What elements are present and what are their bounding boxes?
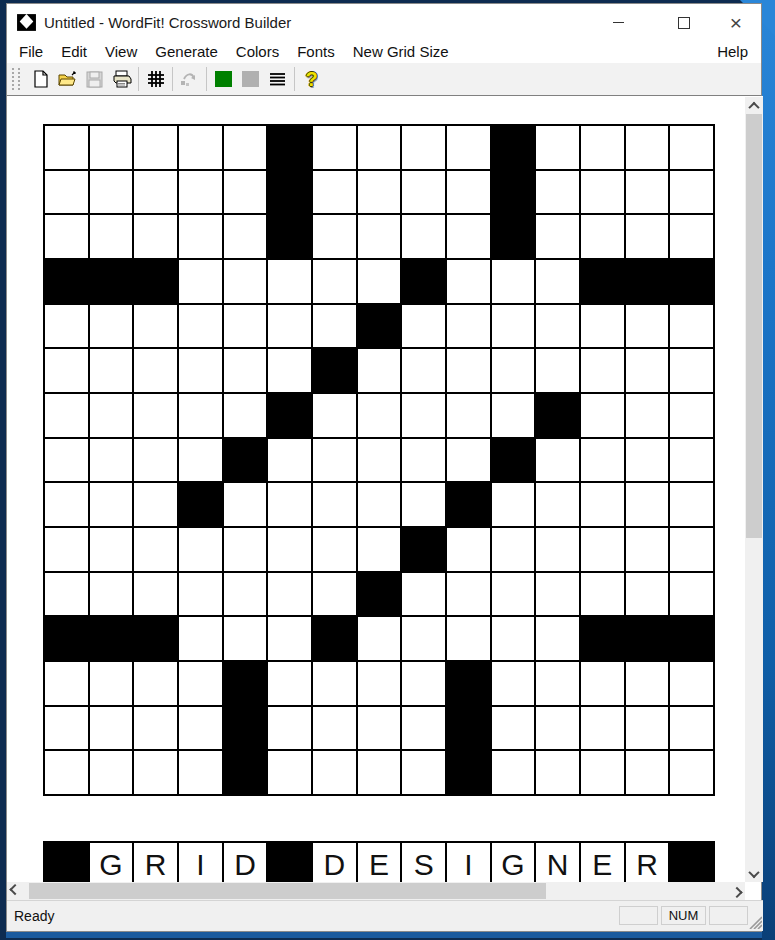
grid-cell-r6c7[interactable] <box>312 348 357 393</box>
banner-cell-11[interactable]: G <box>491 842 536 882</box>
grid-cell-r8c15[interactable] <box>669 438 714 483</box>
grid-cell-r6c2[interactable] <box>89 348 134 393</box>
grid-cell-r12c9[interactable] <box>401 616 446 661</box>
grid-cell-r8c2[interactable] <box>89 438 134 483</box>
banner-cell-15[interactable] <box>669 842 714 882</box>
grid-cell-r15c7[interactable] <box>312 750 357 795</box>
grid-cell-r7c3[interactable] <box>133 393 178 438</box>
grid-cell-r11c6[interactable] <box>267 572 312 617</box>
grid-cell-r9c2[interactable] <box>89 482 134 527</box>
grid-cell-r15c5[interactable] <box>223 750 268 795</box>
grid-cell-r10c1[interactable] <box>44 527 89 572</box>
grid-cell-r6c10[interactable] <box>446 348 491 393</box>
grid-cell-r3c10[interactable] <box>446 214 491 259</box>
generate-fill-button[interactable] <box>176 66 203 92</box>
grid-cell-r9c6[interactable] <box>267 482 312 527</box>
grid-cell-r11c13[interactable] <box>580 572 625 617</box>
banner-cell-2[interactable]: G <box>89 842 134 882</box>
grid-cell-r4c6[interactable] <box>267 259 312 304</box>
grid-cell-r7c1[interactable] <box>44 393 89 438</box>
grid-cell-r10c11[interactable] <box>491 527 536 572</box>
grid-cell-r12c11[interactable] <box>491 616 536 661</box>
grid-cell-r11c8[interactable] <box>357 572 402 617</box>
chevron-down-icon <box>748 866 759 877</box>
toolbar-separator <box>206 67 207 91</box>
grid-cell-r3c13[interactable] <box>580 214 625 259</box>
grid-cell-r2c14[interactable] <box>625 170 670 215</box>
grid-cell-r13c9[interactable] <box>401 661 446 706</box>
grid-cell-r7c4[interactable] <box>178 393 223 438</box>
word-list-button[interactable] <box>264 66 291 92</box>
grid-cell-r12c4[interactable] <box>178 616 223 661</box>
gray-swatch-button[interactable] <box>237 66 264 92</box>
grid-cell-r11c2[interactable] <box>89 572 134 617</box>
new-document-button[interactable] <box>27 66 54 92</box>
grid-cell-r3c14[interactable] <box>625 214 670 259</box>
grid-cell-r1c11[interactable] <box>491 125 536 170</box>
grid-cell-r12c13[interactable] <box>580 616 625 661</box>
grid-cell-r1c15[interactable] <box>669 125 714 170</box>
grid-cell-r9c13[interactable] <box>580 482 625 527</box>
grid-cell-r6c12[interactable] <box>535 348 580 393</box>
banner-cell-9[interactable]: S <box>401 842 446 882</box>
grid-cell-r5c8[interactable] <box>357 304 402 349</box>
grid-cell-r2c15[interactable] <box>669 170 714 215</box>
grid-cell-r14c13[interactable] <box>580 706 625 751</box>
grid-cell-r10c4[interactable] <box>178 527 223 572</box>
grid-cell-r13c6[interactable] <box>267 661 312 706</box>
vertical-scrollbar[interactable] <box>745 97 763 882</box>
menu-edit[interactable]: Edit <box>52 41 96 63</box>
grid-cell-r2c13[interactable] <box>580 170 625 215</box>
status-text: Ready <box>14 901 54 931</box>
toolbar-separator <box>138 67 139 91</box>
grid-cell-r12c10[interactable] <box>446 616 491 661</box>
grid-cell-r5c13[interactable] <box>580 304 625 349</box>
grid-cell-r2c12[interactable] <box>535 170 580 215</box>
grid-cell-r13c2[interactable] <box>89 661 134 706</box>
grid-cell-r4c10[interactable] <box>446 259 491 304</box>
green-square-icon <box>215 71 232 87</box>
generate-icon <box>180 71 199 88</box>
grid-cell-r6c13[interactable] <box>580 348 625 393</box>
banner-cell-14[interactable]: R <box>625 842 670 882</box>
menu-fonts[interactable]: Fonts <box>288 41 344 63</box>
grid-cell-r5c7[interactable] <box>312 304 357 349</box>
grid-cell-r1c9[interactable] <box>401 125 446 170</box>
banner-cell-12[interactable]: N <box>535 842 580 882</box>
grid-cell-r5c10[interactable] <box>446 304 491 349</box>
grid-cell-r4c1[interactable] <box>44 259 89 304</box>
grid-cell-r10c13[interactable] <box>580 527 625 572</box>
grid-cell-r8c4[interactable] <box>178 438 223 483</box>
status-indicator-scrl <box>709 906 748 925</box>
close-icon: × <box>730 12 742 33</box>
grid-cell-r7c10[interactable] <box>446 393 491 438</box>
grid-cell-r1c6[interactable] <box>267 125 312 170</box>
grid-cell-r14c3[interactable] <box>133 706 178 751</box>
grid-cell-r6c11[interactable] <box>491 348 536 393</box>
grid-cell-r15c8[interactable] <box>357 750 402 795</box>
banner-cell-10[interactable]: I <box>446 842 491 882</box>
banner-cell-1[interactable] <box>44 842 89 882</box>
grid-cell-r5c4[interactable] <box>178 304 223 349</box>
grid-cell-r10c12[interactable] <box>535 527 580 572</box>
grid-cell-r12c7[interactable] <box>312 616 357 661</box>
grid-cell-r3c3[interactable] <box>133 214 178 259</box>
banner-cell-6[interactable] <box>267 842 312 882</box>
grid-cell-r13c8[interactable] <box>357 661 402 706</box>
grid-cell-r7c11[interactable] <box>491 393 536 438</box>
grid-cell-r10c14[interactable] <box>625 527 670 572</box>
grid-cell-r6c1[interactable] <box>44 348 89 393</box>
grid-cell-r14c2[interactable] <box>89 706 134 751</box>
menu-generate[interactable]: Generate <box>146 41 227 63</box>
window-bottom-border <box>6 932 762 938</box>
grid-cell-r11c7[interactable] <box>312 572 357 617</box>
menu-colors[interactable]: Colors <box>227 41 288 63</box>
grid-cell-r13c10[interactable] <box>446 661 491 706</box>
grid-cell-r1c5[interactable] <box>223 125 268 170</box>
grid-cell-r13c14[interactable] <box>625 661 670 706</box>
grid-cell-r7c5[interactable] <box>223 393 268 438</box>
grid-cell-r2c9[interactable] <box>401 170 446 215</box>
grid-cell-r4c13[interactable] <box>580 259 625 304</box>
grid-cell-r14c4[interactable] <box>178 706 223 751</box>
maximize-button[interactable] <box>665 4 703 41</box>
grid-cell-r15c15[interactable] <box>669 750 714 795</box>
grid-cell-r10c10[interactable] <box>446 527 491 572</box>
grid-cell-r12c6[interactable] <box>267 616 312 661</box>
grid-cell-r15c6[interactable] <box>267 750 312 795</box>
status-indicator-cap <box>619 906 658 925</box>
grid-cell-r9c4[interactable] <box>178 482 223 527</box>
grid-cell-r8c12[interactable] <box>535 438 580 483</box>
toolbar-separator <box>172 67 173 91</box>
grid-cell-r3c4[interactable] <box>178 214 223 259</box>
grid-cell-r14c14[interactable] <box>625 706 670 751</box>
grid-cell-r14c11[interactable] <box>491 706 536 751</box>
grid-cell-r13c5[interactable] <box>223 661 268 706</box>
menu-file[interactable]: File <box>10 41 52 63</box>
grid-cell-r7c9[interactable] <box>401 393 446 438</box>
grid-cell-r1c7[interactable] <box>312 125 357 170</box>
grid-lines-button[interactable] <box>142 66 169 92</box>
scroll-right-button[interactable] <box>729 882 745 900</box>
grid-cell-r13c3[interactable] <box>133 661 178 706</box>
grid-cell-r8c1[interactable] <box>44 438 89 483</box>
open-folder-icon <box>58 71 78 88</box>
grid-cell-r10c2[interactable] <box>89 527 134 572</box>
grid-cell-r7c8[interactable] <box>357 393 402 438</box>
grid-cell-r2c3[interactable] <box>133 170 178 215</box>
grid-cell-r11c10[interactable] <box>446 572 491 617</box>
grid-cell-r7c12[interactable] <box>535 393 580 438</box>
grid-cell-r12c12[interactable] <box>535 616 580 661</box>
grid-cell-r5c6[interactable] <box>267 304 312 349</box>
banner-cell-7[interactable]: D <box>312 842 357 882</box>
grid-cell-r3c11[interactable] <box>491 214 536 259</box>
grid-cell-r14c10[interactable] <box>446 706 491 751</box>
banner-cell-5[interactable]: D <box>223 842 268 882</box>
horizontal-scrollbar-thumb[interactable] <box>29 883 546 899</box>
grid-cell-r12c5[interactable] <box>223 616 268 661</box>
grid-cell-r2c5[interactable] <box>223 170 268 215</box>
grid-cell-r12c1[interactable] <box>44 616 89 661</box>
grid-cell-r15c10[interactable] <box>446 750 491 795</box>
grid-cell-r10c7[interactable] <box>312 527 357 572</box>
grid-cell-r8c5[interactable] <box>223 438 268 483</box>
minimize-button[interactable] <box>599 4 637 41</box>
grid-cell-r9c8[interactable] <box>357 482 402 527</box>
grid-cell-r1c1[interactable] <box>44 125 89 170</box>
grid-cell-r4c4[interactable] <box>178 259 223 304</box>
grid-cell-r8c11[interactable] <box>491 438 536 483</box>
minimize-icon <box>613 22 624 23</box>
grid-cell-r13c15[interactable] <box>669 661 714 706</box>
grid-cell-r9c7[interactable] <box>312 482 357 527</box>
grid-cell-r8c10[interactable] <box>446 438 491 483</box>
chevron-left-icon <box>9 884 20 895</box>
grid-cell-r3c9[interactable] <box>401 214 446 259</box>
grid-cell-r9c15[interactable] <box>669 482 714 527</box>
new-document-icon <box>33 70 49 88</box>
grid-cell-r3c7[interactable] <box>312 214 357 259</box>
grid-cell-r5c15[interactable] <box>669 304 714 349</box>
grid-cell-r10c5[interactable] <box>223 527 268 572</box>
grid-cell-r9c9[interactable] <box>401 482 446 527</box>
grid-cell-r12c8[interactable] <box>357 616 402 661</box>
grid-cell-r2c2[interactable] <box>89 170 134 215</box>
grid-cell-r2c7[interactable] <box>312 170 357 215</box>
maximize-icon <box>678 17 690 29</box>
banner-cell-13[interactable]: E <box>580 842 625 882</box>
grid-cell-r8c9[interactable] <box>401 438 446 483</box>
grid-cell-r11c14[interactable] <box>625 572 670 617</box>
grid-cell-r15c11[interactable] <box>491 750 536 795</box>
grid-cell-r3c5[interactable] <box>223 214 268 259</box>
grid-cell-r4c11[interactable] <box>491 259 536 304</box>
grid-cell-r3c15[interactable] <box>669 214 714 259</box>
grid-cell-r1c14[interactable] <box>625 125 670 170</box>
grid-cell-r3c6[interactable] <box>267 214 312 259</box>
grid-cell-r10c3[interactable] <box>133 527 178 572</box>
grid-cell-r5c14[interactable] <box>625 304 670 349</box>
horizontal-scrollbar[interactable] <box>7 882 745 900</box>
grid-cell-r2c11[interactable] <box>491 170 536 215</box>
grid-cell-r7c14[interactable] <box>625 393 670 438</box>
vertical-scrollbar-thumb[interactable] <box>746 114 762 538</box>
print-button[interactable] <box>108 66 135 92</box>
grid-cell-r14c9[interactable] <box>401 706 446 751</box>
grid-cell-r14c8[interactable] <box>357 706 402 751</box>
grid-cell-r1c12[interactable] <box>535 125 580 170</box>
window-title: Untitled - WordFit! Crossword Builder <box>44 4 291 41</box>
grid-cell-r9c3[interactable] <box>133 482 178 527</box>
grid-cell-r2c8[interactable] <box>357 170 402 215</box>
grid-cell-r1c13[interactable] <box>580 125 625 170</box>
grid-cell-r11c9[interactable] <box>401 572 446 617</box>
grid-cell-r8c13[interactable] <box>580 438 625 483</box>
grid-cell-r4c14[interactable] <box>625 259 670 304</box>
grid-cell-r11c3[interactable] <box>133 572 178 617</box>
scroll-down-button[interactable] <box>745 865 763 882</box>
grid-cell-r6c15[interactable] <box>669 348 714 393</box>
grid-cell-r14c6[interactable] <box>267 706 312 751</box>
save-floppy-icon <box>86 71 103 88</box>
grid-cell-r3c12[interactable] <box>535 214 580 259</box>
grid-cell-r1c4[interactable] <box>178 125 223 170</box>
grid-cell-r15c12[interactable] <box>535 750 580 795</box>
app-logo-icon <box>16 12 37 33</box>
grid-cell-r8c8[interactable] <box>357 438 402 483</box>
grid-cell-r4c7[interactable] <box>312 259 357 304</box>
grid-cell-r5c5[interactable] <box>223 304 268 349</box>
resize-grip[interactable] <box>747 914 762 929</box>
grid-cell-r5c12[interactable] <box>535 304 580 349</box>
scroll-up-button[interactable] <box>745 97 763 114</box>
grid-cell-r6c8[interactable] <box>357 348 402 393</box>
grid-cell-r5c3[interactable] <box>133 304 178 349</box>
grid-cell-r15c2[interactable] <box>89 750 134 795</box>
grid-cell-r4c9[interactable] <box>401 259 446 304</box>
grid-cell-r4c15[interactable] <box>669 259 714 304</box>
save-file-button[interactable] <box>81 66 108 92</box>
grid-cell-r8c6[interactable] <box>267 438 312 483</box>
menu-help[interactable]: Help <box>708 41 757 63</box>
grid-cell-r3c2[interactable] <box>89 214 134 259</box>
grid-cell-r13c1[interactable] <box>44 661 89 706</box>
grid-cell-r2c6[interactable] <box>267 170 312 215</box>
grid-cell-r2c10[interactable] <box>446 170 491 215</box>
grid-cell-r7c7[interactable] <box>312 393 357 438</box>
grid-cell-r5c2[interactable] <box>89 304 134 349</box>
grid-cell-r12c2[interactable] <box>89 616 134 661</box>
grid-cell-r6c4[interactable] <box>178 348 223 393</box>
grid-cell-r5c1[interactable] <box>44 304 89 349</box>
grid-cell-r14c15[interactable] <box>669 706 714 751</box>
help-button[interactable]: ? <box>298 66 325 92</box>
open-file-button[interactable] <box>54 66 81 92</box>
grid-cell-r11c15[interactable] <box>669 572 714 617</box>
grid-canvas: GRIDDESIGNER <box>7 96 763 882</box>
grid-cell-r11c1[interactable] <box>44 572 89 617</box>
menu-bar: File Edit View Generate Colors Fonts New… <box>7 41 761 63</box>
grid-cell-r8c7[interactable] <box>312 438 357 483</box>
grid-cell-r7c6[interactable] <box>267 393 312 438</box>
grid-cell-r14c12[interactable] <box>535 706 580 751</box>
grid-cell-r15c13[interactable] <box>580 750 625 795</box>
grid-cell-r5c11[interactable] <box>491 304 536 349</box>
grid-cell-r15c9[interactable] <box>401 750 446 795</box>
help-question-icon: ? <box>305 68 317 91</box>
grid-cell-r12c15[interactable] <box>669 616 714 661</box>
grid-cell-r6c14[interactable] <box>625 348 670 393</box>
menu-view[interactable]: View <box>96 41 146 63</box>
grid-cell-r15c14[interactable] <box>625 750 670 795</box>
grid-cell-r11c11[interactable] <box>491 572 536 617</box>
grid-cell-r14c5[interactable] <box>223 706 268 751</box>
grid-cell-r9c14[interactable] <box>625 482 670 527</box>
banner-cell-4[interactable]: I <box>178 842 223 882</box>
grid-cell-r13c4[interactable] <box>178 661 223 706</box>
grid-cell-r10c9[interactable] <box>401 527 446 572</box>
grid-cell-r10c15[interactable] <box>669 527 714 572</box>
grid-cell-r15c1[interactable] <box>44 750 89 795</box>
grid-cell-r3c8[interactable] <box>357 214 402 259</box>
grid-cell-r4c2[interactable] <box>89 259 134 304</box>
grid-cell-r12c3[interactable] <box>133 616 178 661</box>
grid-cell-r8c14[interactable] <box>625 438 670 483</box>
grid-cell-r4c5[interactable] <box>223 259 268 304</box>
grid-cell-r8c3[interactable] <box>133 438 178 483</box>
grid-cell-r1c3[interactable] <box>133 125 178 170</box>
banner-cell-8[interactable]: E <box>357 842 402 882</box>
grid-cell-r1c10[interactable] <box>446 125 491 170</box>
grid-cell-r14c1[interactable] <box>44 706 89 751</box>
green-swatch-button[interactable] <box>210 66 237 92</box>
grid-cell-r1c2[interactable] <box>89 125 134 170</box>
banner-cell-3[interactable]: R <box>133 842 178 882</box>
grid-cell-r7c2[interactable] <box>89 393 134 438</box>
grid-cell-r4c3[interactable] <box>133 259 178 304</box>
grid-cell-r2c4[interactable] <box>178 170 223 215</box>
toolbar-gripper[interactable] <box>12 68 20 90</box>
grid-cell-r7c15[interactable] <box>669 393 714 438</box>
grid-cell-r13c12[interactable] <box>535 661 580 706</box>
grid-cell-r15c4[interactable] <box>178 750 223 795</box>
menu-new-grid-size[interactable]: New Grid Size <box>344 41 458 63</box>
grid-cell-r14c7[interactable] <box>312 706 357 751</box>
printer-icon <box>112 70 132 88</box>
gray-square-icon <box>242 71 259 87</box>
grid-cell-r4c8[interactable] <box>357 259 402 304</box>
close-button[interactable]: × <box>717 4 755 41</box>
grid-cell-r6c3[interactable] <box>133 348 178 393</box>
grid-cell-r15c3[interactable] <box>133 750 178 795</box>
list-lines-icon <box>269 72 286 86</box>
grid-cell-r9c5[interactable] <box>223 482 268 527</box>
grid-cell-r11c5[interactable] <box>223 572 268 617</box>
grid-cell-r13c11[interactable] <box>491 661 536 706</box>
app-window: Untitled - WordFit! Crossword Builder × … <box>6 3 762 932</box>
scroll-left-button[interactable] <box>7 882 23 900</box>
grid-cell-r6c6[interactable] <box>267 348 312 393</box>
grid-cell-r10c6[interactable] <box>267 527 312 572</box>
grid-cell-r5c9[interactable] <box>401 304 446 349</box>
grid-cell-r6c9[interactable] <box>401 348 446 393</box>
grid-cell-r10c8[interactable] <box>357 527 402 572</box>
grid-cell-r9c12[interactable] <box>535 482 580 527</box>
grid-cell-r6c5[interactable] <box>223 348 268 393</box>
status-indicator-num: NUM <box>661 906 706 925</box>
grid-cell-r9c11[interactable] <box>491 482 536 527</box>
grid-cell-r3c1[interactable] <box>44 214 89 259</box>
grid-cell-r9c1[interactable] <box>44 482 89 527</box>
grid-cell-r2c1[interactable] <box>44 170 89 215</box>
grid-cell-r7c13[interactable] <box>580 393 625 438</box>
grid-cell-r9c10[interactable] <box>446 482 491 527</box>
grid-cell-r13c13[interactable] <box>580 661 625 706</box>
chevron-right-icon <box>731 887 742 898</box>
grid-cell-r11c12[interactable] <box>535 572 580 617</box>
grid-cell-r13c7[interactable] <box>312 661 357 706</box>
toolbar: ? <box>7 63 761 96</box>
grid-cell-r12c14[interactable] <box>625 616 670 661</box>
grid-cell-r11c4[interactable] <box>178 572 223 617</box>
grid-cell-r1c8[interactable] <box>357 125 402 170</box>
grid-cell-r4c12[interactable] <box>535 259 580 304</box>
